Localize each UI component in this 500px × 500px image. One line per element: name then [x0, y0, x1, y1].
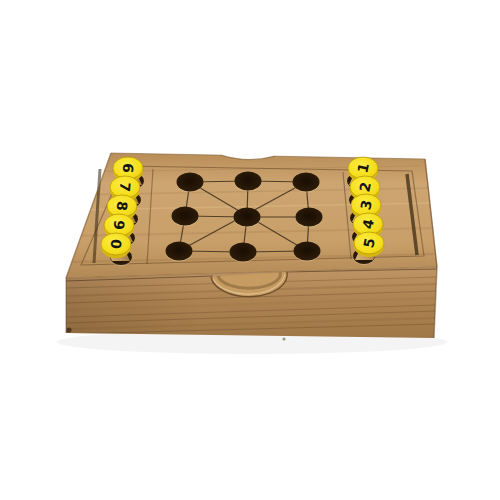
board-holes — [166, 172, 323, 263]
wood-knot — [67, 328, 72, 333]
product-photo-wooden-tictactoe-box: 6 7 8 9 0 — [0, 0, 500, 500]
peg-number: 7 — [117, 181, 134, 192]
game-box: 6 7 8 9 0 — [0, 0, 500, 500]
board-hole-r1c1[interactable] — [177, 173, 204, 193]
board-hole-r2c1[interactable] — [172, 207, 199, 227]
board-hole-r2c3[interactable] — [296, 208, 323, 228]
board-hole-r3c3[interactable] — [294, 242, 321, 262]
peg-number: 8 — [114, 200, 131, 211]
box-front-face — [66, 267, 437, 341]
board-hole-r1c3[interactable] — [293, 173, 320, 193]
peg-number: 6 — [120, 162, 137, 173]
board-hole-r2c2[interactable] — [234, 208, 261, 228]
wood-speck — [283, 338, 286, 341]
board-hole-r1c2[interactable] — [235, 172, 262, 192]
peg-number: 0 — [108, 238, 125, 249]
back-edge-notch — [221, 147, 275, 160]
peg-number: 9 — [111, 219, 128, 230]
board-hole-r3c1[interactable] — [166, 242, 193, 262]
board-hole-r3c2[interactable] — [230, 243, 257, 263]
